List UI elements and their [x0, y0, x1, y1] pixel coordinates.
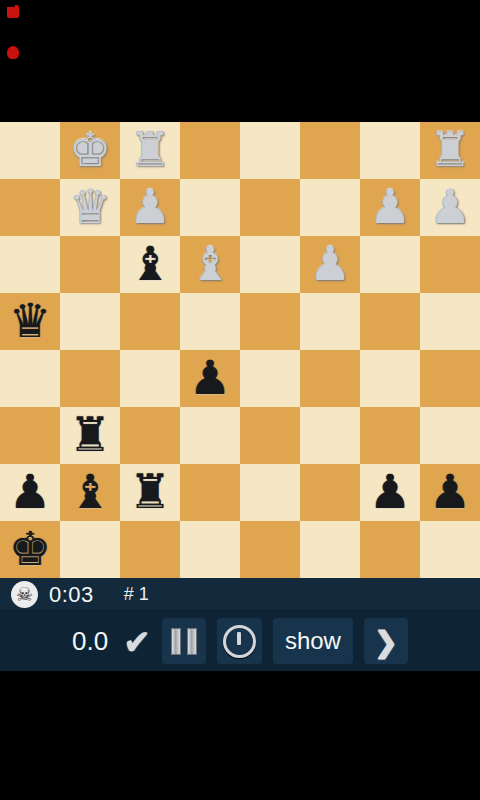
square-f8[interactable] — [300, 122, 360, 179]
next-button[interactable]: ❯ — [364, 618, 408, 664]
black-rook: ♜ — [60, 407, 120, 464]
square-g3[interactable] — [360, 407, 420, 464]
square-c8[interactable]: ♜ — [120, 122, 180, 179]
square-c2[interactable]: ♜ — [120, 464, 180, 521]
square-d7[interactable] — [180, 179, 240, 236]
square-a6[interactable] — [0, 236, 60, 293]
square-b5[interactable] — [60, 293, 120, 350]
square-d4[interactable]: ♟ — [180, 350, 240, 407]
square-d8[interactable] — [180, 122, 240, 179]
square-a4[interactable] — [0, 350, 60, 407]
square-c4[interactable] — [120, 350, 180, 407]
black-king: ♚ — [0, 521, 60, 578]
black-pawn: ♟ — [360, 464, 420, 521]
square-a3[interactable] — [0, 407, 60, 464]
square-a5[interactable]: ♛ — [0, 293, 60, 350]
white-rook: ♜ — [420, 122, 480, 179]
square-d6[interactable]: ♝ — [180, 236, 240, 293]
status-bar — [5, 3, 35, 63]
square-g4[interactable] — [360, 350, 420, 407]
square-e2[interactable] — [240, 464, 300, 521]
square-b1[interactable] — [60, 521, 120, 578]
square-h3[interactable] — [420, 407, 480, 464]
white-pawn: ♟ — [420, 179, 480, 236]
white-queen: ♛ — [60, 179, 120, 236]
pause-button[interactable] — [162, 618, 206, 664]
square-e5[interactable] — [240, 293, 300, 350]
notification-icon — [7, 46, 19, 59]
square-a7[interactable] — [0, 179, 60, 236]
square-a1[interactable]: ♚ — [0, 521, 60, 578]
white-bishop: ♝ — [180, 236, 240, 293]
square-g2[interactable]: ♟ — [360, 464, 420, 521]
power-icon — [223, 625, 256, 658]
white-pawn: ♟ — [360, 179, 420, 236]
square-g5[interactable] — [360, 293, 420, 350]
square-b4[interactable] — [60, 350, 120, 407]
toolbar: 0.0 ✔ show ❯ — [0, 611, 480, 671]
square-f3[interactable] — [300, 407, 360, 464]
square-c1[interactable] — [120, 521, 180, 578]
black-pawn: ♟ — [180, 350, 240, 407]
square-b3[interactable]: ♜ — [60, 407, 120, 464]
square-f1[interactable] — [300, 521, 360, 578]
square-c3[interactable] — [120, 407, 180, 464]
square-h7[interactable]: ♟ — [420, 179, 480, 236]
square-h4[interactable] — [420, 350, 480, 407]
square-b8[interactable]: ♚ — [60, 122, 120, 179]
black-bishop: ♝ — [60, 464, 120, 521]
square-d3[interactable] — [180, 407, 240, 464]
pause-icon — [171, 628, 181, 655]
black-pawn: ♟ — [420, 464, 480, 521]
square-e6[interactable] — [240, 236, 300, 293]
square-e7[interactable] — [240, 179, 300, 236]
square-f6[interactable]: ♟ — [300, 236, 360, 293]
confirm-button[interactable]: ✔ — [123, 622, 151, 661]
power-button[interactable] — [217, 618, 262, 664]
chevron-right-icon: ❯ — [374, 625, 397, 658]
square-f4[interactable] — [300, 350, 360, 407]
square-f5[interactable] — [300, 293, 360, 350]
square-c6[interactable]: ♝ — [120, 236, 180, 293]
square-g8[interactable] — [360, 122, 420, 179]
black-pawn: ♟ — [0, 464, 60, 521]
square-b2[interactable]: ♝ — [60, 464, 120, 521]
chess-board[interactable]: ♚♜♜♛♟♟♟♝♝♟♛♟♜♟♝♜♟♟♚ — [0, 122, 480, 578]
square-d2[interactable] — [180, 464, 240, 521]
square-h2[interactable]: ♟ — [420, 464, 480, 521]
pause-icon — [187, 628, 197, 655]
square-c5[interactable] — [120, 293, 180, 350]
square-d1[interactable] — [180, 521, 240, 578]
problem-number: # 1 — [124, 584, 149, 605]
square-g1[interactable] — [360, 521, 420, 578]
square-a2[interactable]: ♟ — [0, 464, 60, 521]
square-h6[interactable] — [420, 236, 480, 293]
square-c7[interactable]: ♟ — [120, 179, 180, 236]
square-e3[interactable] — [240, 407, 300, 464]
square-e1[interactable] — [240, 521, 300, 578]
square-f7[interactable] — [300, 179, 360, 236]
black-rook: ♜ — [120, 464, 180, 521]
skull-badge: ☠ — [11, 581, 38, 608]
phone-screen: ♚♜♜♛♟♟♟♝♝♟♛♟♜♟♝♜♟♟♚ ☠ 0:03 # 1 0.0 ✔ sho… — [0, 0, 480, 800]
square-f2[interactable] — [300, 464, 360, 521]
show-button[interactable]: show — [273, 618, 353, 664]
battery-icon — [7, 5, 19, 18]
white-king: ♚ — [60, 122, 120, 179]
square-h8[interactable]: ♜ — [420, 122, 480, 179]
square-a8[interactable] — [0, 122, 60, 179]
square-b7[interactable]: ♛ — [60, 179, 120, 236]
white-pawn: ♟ — [120, 179, 180, 236]
square-d5[interactable] — [180, 293, 240, 350]
square-e4[interactable] — [240, 350, 300, 407]
clock-display: 0:03 — [49, 582, 94, 608]
square-e8[interactable] — [240, 122, 300, 179]
black-bishop: ♝ — [120, 236, 180, 293]
black-queen: ♛ — [0, 293, 60, 350]
square-g6[interactable] — [360, 236, 420, 293]
white-rook: ♜ — [120, 122, 180, 179]
check-icon: ✔ — [123, 623, 151, 660]
game-info-bar: ☠ 0:03 # 1 — [0, 578, 480, 611]
square-h5[interactable] — [420, 293, 480, 350]
square-g7[interactable]: ♟ — [360, 179, 420, 236]
evaluation-score: 0.0 — [72, 626, 108, 657]
square-b6[interactable] — [60, 236, 120, 293]
square-h1[interactable] — [420, 521, 480, 578]
skull-icon: ☠ — [16, 585, 33, 604]
white-pawn: ♟ — [300, 236, 360, 293]
